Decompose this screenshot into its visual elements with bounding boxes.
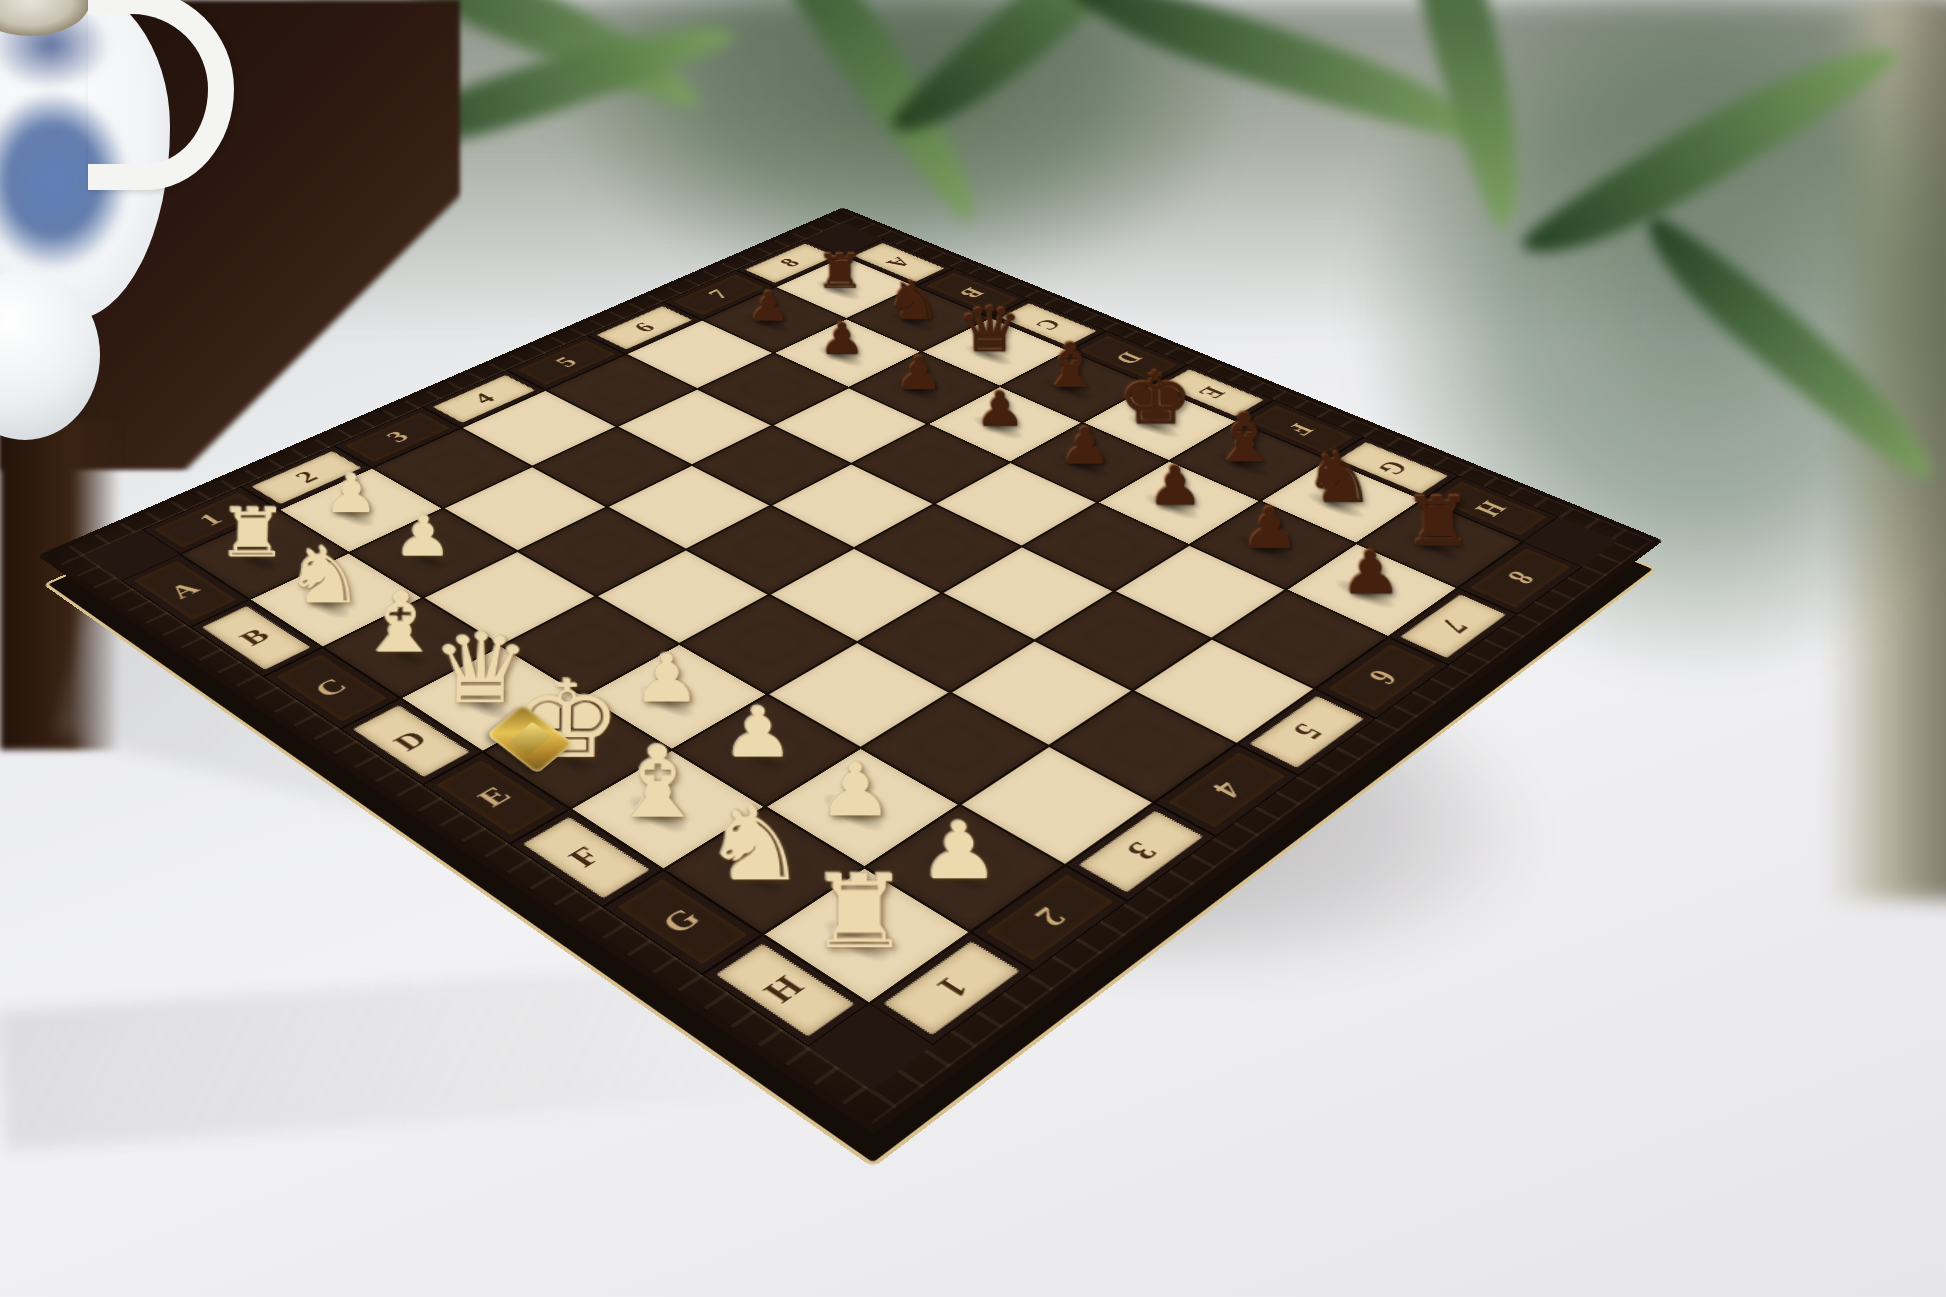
piece-black-pawn-e7[interactable]: ♟	[1059, 422, 1112, 472]
piece-white-bishop-f1[interactable]: ♝	[605, 733, 709, 832]
piece-black-king-e8[interactable]: ♚	[1117, 362, 1194, 434]
piece-white-knight-b1[interactable]: ♞	[282, 536, 365, 614]
piece-black-pawn-c7[interactable]: ♟	[895, 350, 943, 395]
piece-white-knight-g1[interactable]: ♞	[701, 792, 808, 895]
coordinate-label: 3	[1078, 810, 1204, 893]
piece-black-rook-h8[interactable]: ♜	[1402, 488, 1475, 556]
piece-white-pawn-f2[interactable]: ♟	[721, 697, 794, 767]
piece-white-rook-a1[interactable]: ♜	[216, 499, 289, 567]
piece-black-pawn-b7[interactable]: ♟	[819, 317, 865, 360]
piece-white-pawn-e2[interactable]: ♟	[631, 645, 701, 712]
piece-black-pawn-g7[interactable]: ♟	[1240, 500, 1300, 556]
piece-black-bishop-d8[interactable]: ♝	[1038, 336, 1102, 397]
piece-black-knight-b8[interactable]: ♞	[885, 274, 941, 327]
piece-white-pawn-g2[interactable]: ♟	[817, 753, 894, 827]
frame-corner	[1523, 517, 1618, 567]
piece-black-queen-c8[interactable]: ♛	[957, 300, 1023, 362]
piece-white-pawn-b2[interactable]: ♟	[393, 508, 453, 564]
piece-black-knight-g8[interactable]: ♞	[1302, 444, 1376, 513]
piece-black-pawn-h7[interactable]: ♟	[1339, 543, 1402, 602]
piece-black-pawn-f7[interactable]: ♟	[1147, 460, 1204, 513]
piece-white-pawn-h2[interactable]: ♟	[918, 811, 1000, 890]
piece-black-rook-a8[interactable]: ♜	[815, 249, 864, 295]
piece-white-rook-h1[interactable]: ♜	[806, 861, 911, 962]
piece-black-pawn-a7[interactable]: ♟	[747, 287, 790, 327]
piece-black-bishop-f8[interactable]: ♝	[1209, 405, 1280, 472]
piece-white-pawn-a2[interactable]: ♟	[322, 467, 379, 521]
piece-black-pawn-d7[interactable]: ♟	[975, 385, 1025, 432]
